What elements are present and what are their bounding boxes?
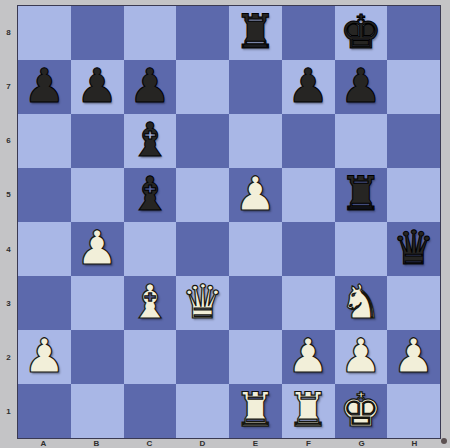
square-g5[interactable]: ♜	[335, 168, 388, 222]
black-pawn[interactable]: ♟	[23, 62, 65, 109]
file-label-h: H	[388, 439, 441, 448]
black-queen[interactable]: ♛	[393, 224, 435, 271]
file-label-d: D	[176, 439, 229, 448]
square-a1[interactable]	[18, 384, 71, 438]
square-a5[interactable]	[18, 168, 71, 222]
white-pawn[interactable]: ♟	[287, 332, 329, 379]
square-a8[interactable]	[18, 6, 71, 60]
square-c1[interactable]	[124, 384, 177, 438]
rank-labels: 87654321	[0, 5, 17, 439]
square-d3[interactable]: ♛	[176, 276, 229, 330]
file-label-a: A	[17, 439, 70, 448]
white-rook[interactable]: ♜	[234, 386, 276, 433]
square-c5[interactable]: ♝	[124, 168, 177, 222]
square-h4[interactable]: ♛	[387, 222, 440, 276]
square-c3[interactable]: ♝	[124, 276, 177, 330]
square-g7[interactable]: ♟	[335, 60, 388, 114]
rank-label-7: 7	[0, 59, 17, 113]
rank-label-2: 2	[0, 331, 17, 385]
white-knight[interactable]: ♞	[340, 278, 382, 325]
white-pawn[interactable]: ♟	[76, 224, 118, 271]
square-h5[interactable]	[387, 168, 440, 222]
square-e3[interactable]	[229, 276, 282, 330]
square-a7[interactable]: ♟	[18, 60, 71, 114]
rank-label-4: 4	[0, 222, 17, 276]
square-b3[interactable]	[71, 276, 124, 330]
square-h6[interactable]	[387, 114, 440, 168]
square-e5[interactable]: ♟	[229, 168, 282, 222]
square-h8[interactable]	[387, 6, 440, 60]
file-label-c: C	[123, 439, 176, 448]
square-g3[interactable]: ♞	[335, 276, 388, 330]
white-bishop[interactable]: ♝	[129, 278, 171, 325]
square-b7[interactable]: ♟	[71, 60, 124, 114]
square-g8[interactable]: ♚	[335, 6, 388, 60]
rank-label-6: 6	[0, 114, 17, 168]
file-label-b: B	[70, 439, 123, 448]
square-g6[interactable]	[335, 114, 388, 168]
black-bishop[interactable]: ♝	[129, 116, 171, 163]
white-pawn[interactable]: ♟	[234, 170, 276, 217]
square-d5[interactable]	[176, 168, 229, 222]
square-b5[interactable]	[71, 168, 124, 222]
square-d1[interactable]	[176, 384, 229, 438]
square-f7[interactable]: ♟	[282, 60, 335, 114]
square-b2[interactable]	[71, 330, 124, 384]
white-pawn[interactable]: ♟	[393, 332, 435, 379]
file-label-e: E	[229, 439, 282, 448]
square-h1[interactable]	[387, 384, 440, 438]
square-c4[interactable]	[124, 222, 177, 276]
white-pawn[interactable]: ♟	[23, 332, 65, 379]
square-h7[interactable]	[387, 60, 440, 114]
white-rook[interactable]: ♜	[287, 386, 329, 433]
square-c8[interactable]	[124, 6, 177, 60]
square-d6[interactable]	[176, 114, 229, 168]
square-f6[interactable]	[282, 114, 335, 168]
square-h3[interactable]	[387, 276, 440, 330]
square-g2[interactable]: ♟	[335, 330, 388, 384]
square-e6[interactable]	[229, 114, 282, 168]
square-a4[interactable]	[18, 222, 71, 276]
square-f8[interactable]	[282, 6, 335, 60]
square-e7[interactable]	[229, 60, 282, 114]
white-queen[interactable]: ♛	[182, 278, 224, 325]
square-d4[interactable]	[176, 222, 229, 276]
black-king[interactable]: ♚	[340, 8, 382, 55]
file-label-f: F	[282, 439, 335, 448]
rank-label-3: 3	[0, 276, 17, 330]
black-bishop[interactable]: ♝	[129, 170, 171, 217]
rank-label-5: 5	[0, 168, 17, 222]
white-king[interactable]: ♚	[340, 386, 382, 433]
board-frame: 87654321 ♜♚♟♟♟♟♟♝♝♟♜♟♛♝♛♞♟♟♟♟♜♜♚ ABCDEFG…	[0, 0, 450, 448]
black-rook[interactable]: ♜	[340, 170, 382, 217]
rank-label-8: 8	[0, 5, 17, 59]
square-h2[interactable]: ♟	[387, 330, 440, 384]
resize-handle-dot[interactable]	[441, 438, 447, 444]
square-a6[interactable]	[18, 114, 71, 168]
white-pawn[interactable]: ♟	[340, 332, 382, 379]
square-a3[interactable]	[18, 276, 71, 330]
square-b8[interactable]	[71, 6, 124, 60]
square-c6[interactable]: ♝	[124, 114, 177, 168]
square-b1[interactable]	[71, 384, 124, 438]
square-d7[interactable]	[176, 60, 229, 114]
square-b4[interactable]: ♟	[71, 222, 124, 276]
square-f2[interactable]: ♟	[282, 330, 335, 384]
square-e4[interactable]	[229, 222, 282, 276]
file-labels: ABCDEFGH	[17, 439, 441, 448]
square-a2[interactable]: ♟	[18, 330, 71, 384]
square-c7[interactable]: ♟	[124, 60, 177, 114]
black-pawn[interactable]: ♟	[340, 62, 382, 109]
square-g4[interactable]	[335, 222, 388, 276]
file-label-g: G	[335, 439, 388, 448]
square-e8[interactable]: ♜	[229, 6, 282, 60]
square-b6[interactable]	[71, 114, 124, 168]
square-c2[interactable]	[124, 330, 177, 384]
black-pawn[interactable]: ♟	[129, 62, 171, 109]
square-e2[interactable]	[229, 330, 282, 384]
square-e1[interactable]: ♜	[229, 384, 282, 438]
black-pawn[interactable]: ♟	[76, 62, 118, 109]
square-g1[interactable]: ♚	[335, 384, 388, 438]
black-pawn[interactable]: ♟	[287, 62, 329, 109]
rank-label-1: 1	[0, 385, 17, 439]
square-f5[interactable]	[282, 168, 335, 222]
square-f3[interactable]	[282, 276, 335, 330]
square-f1[interactable]: ♜	[282, 384, 335, 438]
square-f4[interactable]	[282, 222, 335, 276]
square-d2[interactable]	[176, 330, 229, 384]
black-rook[interactable]: ♜	[234, 8, 276, 55]
chess-board[interactable]: ♜♚♟♟♟♟♟♝♝♟♜♟♛♝♛♞♟♟♟♟♜♜♚	[17, 5, 441, 439]
square-d8[interactable]	[176, 6, 229, 60]
